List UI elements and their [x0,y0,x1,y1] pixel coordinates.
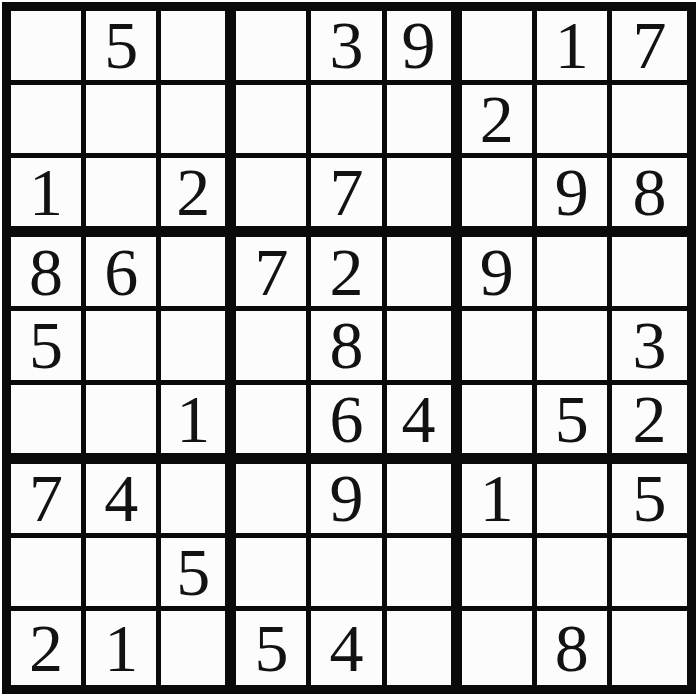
cell-r5c4[interactable] [236,311,311,385]
cell-r8c1[interactable] [11,538,86,612]
cell-r7c6[interactable] [387,464,462,538]
cell-r6c5[interactable]: 6 [311,385,386,464]
cell-r9c7[interactable] [462,611,537,685]
cell-r8c8[interactable] [537,538,612,612]
cell-r1c9[interactable]: 7 [612,11,687,85]
cell-r5c8[interactable] [537,311,612,385]
cell-r2c1[interactable] [11,85,86,159]
cell-r1c5[interactable]: 3 [311,11,386,85]
cell-r8c5[interactable] [311,538,386,612]
cell-r2c4[interactable] [236,85,311,159]
cell-r9c8[interactable]: 8 [537,611,612,685]
cell-r1c1[interactable] [11,11,86,85]
cell-r8c9[interactable] [612,538,687,612]
cell-r4c6[interactable] [387,237,462,311]
cell-r9c6[interactable] [387,611,462,685]
cell-r4c8[interactable] [537,237,612,311]
cell-r8c6[interactable] [387,538,462,612]
cell-r3c8[interactable]: 9 [537,158,612,237]
cell-r3c2[interactable] [86,158,161,237]
cell-r5c9[interactable]: 3 [612,311,687,385]
cell-r3c7[interactable] [462,158,537,237]
cell-r5c7[interactable] [462,311,537,385]
cell-r9c4[interactable]: 5 [236,611,311,685]
cell-r5c2[interactable] [86,311,161,385]
cell-r7c7[interactable]: 1 [462,464,537,538]
cell-r8c3[interactable]: 5 [161,538,236,612]
cell-r8c7[interactable] [462,538,537,612]
cell-r6c7[interactable] [462,385,537,464]
cell-r2c9[interactable] [612,85,687,159]
cell-r4c9[interactable] [612,237,687,311]
cell-r6c1[interactable] [11,385,86,464]
cell-r8c4[interactable] [236,538,311,612]
cell-r8c2[interactable] [86,538,161,612]
cell-r4c1[interactable]: 8 [11,237,86,311]
cell-r3c9[interactable]: 8 [612,158,687,237]
cell-r6c6[interactable]: 4 [387,385,462,464]
sudoku-board: 53917212798867295831645274915521548 [2,2,696,694]
cell-r2c6[interactable] [387,85,462,159]
cell-r4c5[interactable]: 2 [311,237,386,311]
cell-r2c2[interactable] [86,85,161,159]
cell-r7c8[interactable] [537,464,612,538]
cell-r5c5[interactable]: 8 [311,311,386,385]
cell-r5c3[interactable] [161,311,236,385]
cell-r9c9[interactable] [612,611,687,685]
cell-r3c3[interactable]: 2 [161,158,236,237]
cell-r5c6[interactable] [387,311,462,385]
cell-r4c4[interactable]: 7 [236,237,311,311]
cell-r7c1[interactable]: 7 [11,464,86,538]
cell-r1c7[interactable] [462,11,537,85]
cell-r2c3[interactable] [161,85,236,159]
cell-r9c3[interactable] [161,611,236,685]
cell-r1c6[interactable]: 9 [387,11,462,85]
cell-r6c4[interactable] [236,385,311,464]
cell-r6c8[interactable]: 5 [537,385,612,464]
cell-r4c3[interactable] [161,237,236,311]
cell-r9c1[interactable]: 2 [11,611,86,685]
cell-r9c5[interactable]: 4 [311,611,386,685]
cell-r6c3[interactable]: 1 [161,385,236,464]
cell-r6c2[interactable] [86,385,161,464]
cell-r1c4[interactable] [236,11,311,85]
cell-r1c8[interactable]: 1 [537,11,612,85]
cell-r6c9[interactable]: 2 [612,385,687,464]
cell-r9c2[interactable]: 1 [86,611,161,685]
cell-r7c4[interactable] [236,464,311,538]
sudoku-puzzle: 53917212798867295831645274915521548 [0,0,700,700]
cell-r3c6[interactable] [387,158,462,237]
cell-r7c5[interactable]: 9 [311,464,386,538]
cell-r1c3[interactable] [161,11,236,85]
cell-r3c1[interactable]: 1 [11,158,86,237]
cell-r2c5[interactable] [311,85,386,159]
cell-r2c8[interactable] [537,85,612,159]
cell-r4c7[interactable]: 9 [462,237,537,311]
cell-r7c3[interactable] [161,464,236,538]
cell-r3c4[interactable] [236,158,311,237]
cell-r2c7[interactable]: 2 [462,85,537,159]
cell-r4c2[interactable]: 6 [86,237,161,311]
cell-r5c1[interactable]: 5 [11,311,86,385]
cell-r1c2[interactable]: 5 [86,11,161,85]
cell-r7c2[interactable]: 4 [86,464,161,538]
cell-r7c9[interactable]: 5 [612,464,687,538]
cell-r3c5[interactable]: 7 [311,158,386,237]
